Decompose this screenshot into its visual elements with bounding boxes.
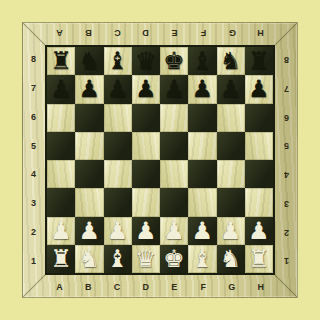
frame-miter-top-right — [274, 23, 297, 46]
square-d8[interactable]: ♛ — [132, 47, 160, 75]
square-g8[interactable]: ♞ — [217, 47, 245, 75]
square-e7[interactable]: ♟ — [160, 75, 188, 103]
piece-black-pawn: ♟ — [50, 77, 72, 101]
file-label-B: B — [74, 22, 103, 45]
file-label-B: B — [74, 275, 103, 298]
rank-label-3: 3 — [275, 189, 298, 218]
piece-white-pawn: ♟ — [163, 219, 185, 243]
rank-labels-right: 87654321 — [275, 45, 298, 275]
square-g1[interactable]: ♞ — [217, 245, 245, 273]
square-e3[interactable] — [160, 188, 188, 216]
piece-white-pawn: ♟ — [248, 219, 270, 243]
piece-black-pawn: ♟ — [192, 77, 214, 101]
square-f3[interactable] — [188, 188, 216, 216]
chessboard-app: ABCDEFGH ABCDEFGH 87654321 87654321 ♜♞♝♛… — [0, 0, 320, 320]
frame-miter-bottom-right — [274, 274, 297, 297]
rank-label-5: 5 — [275, 131, 298, 160]
piece-white-pawn: ♟ — [107, 219, 129, 243]
rank-label-8: 8 — [22, 45, 45, 74]
rank-label-3: 3 — [22, 189, 45, 218]
square-d5[interactable] — [132, 132, 160, 160]
piece-black-rook: ♜ — [248, 49, 270, 73]
square-c8[interactable]: ♝ — [104, 47, 132, 75]
square-b4[interactable] — [75, 160, 103, 188]
piece-white-knight: ♞ — [220, 247, 242, 271]
piece-white-knight: ♞ — [79, 247, 101, 271]
square-g5[interactable] — [217, 132, 245, 160]
frame-miter-bottom-left — [23, 274, 46, 297]
piece-white-bishop: ♝ — [192, 247, 214, 271]
square-c1[interactable]: ♝ — [104, 245, 132, 273]
square-a6[interactable] — [47, 104, 75, 132]
square-h7[interactable]: ♟ — [245, 75, 273, 103]
file-label-F: F — [189, 22, 218, 45]
square-g3[interactable] — [217, 188, 245, 216]
square-f4[interactable] — [188, 160, 216, 188]
piece-white-rook: ♜ — [248, 247, 270, 271]
square-d7[interactable]: ♟ — [132, 75, 160, 103]
square-b5[interactable] — [75, 132, 103, 160]
square-h2[interactable]: ♟ — [245, 217, 273, 245]
square-b7[interactable]: ♟ — [75, 75, 103, 103]
piece-white-queen: ♛ — [135, 247, 157, 271]
rank-label-6: 6 — [275, 103, 298, 132]
rank-label-7: 7 — [275, 74, 298, 103]
square-g2[interactable]: ♟ — [217, 217, 245, 245]
square-c2[interactable]: ♟ — [104, 217, 132, 245]
rank-label-2: 2 — [275, 218, 298, 247]
piece-black-rook: ♜ — [50, 49, 72, 73]
square-f7[interactable]: ♟ — [188, 75, 216, 103]
square-a1[interactable]: ♜ — [47, 245, 75, 273]
square-a4[interactable] — [47, 160, 75, 188]
square-b1[interactable]: ♞ — [75, 245, 103, 273]
piece-black-knight: ♞ — [79, 49, 101, 73]
piece-black-pawn: ♟ — [163, 77, 185, 101]
rank-label-4: 4 — [22, 160, 45, 189]
square-a8[interactable]: ♜ — [47, 47, 75, 75]
square-d3[interactable] — [132, 188, 160, 216]
file-label-F: F — [189, 275, 218, 298]
square-g4[interactable] — [217, 160, 245, 188]
piece-black-pawn: ♟ — [220, 77, 242, 101]
file-label-G: G — [218, 22, 247, 45]
chess-board: ♜♞♝♛♚♝♞♜♟♟♟♟♟♟♟♟♟♟♟♟♟♟♟♟♜♞♝♛♚♝♞♜ — [45, 45, 275, 275]
square-b2[interactable]: ♟ — [75, 217, 103, 245]
piece-white-pawn: ♟ — [79, 219, 101, 243]
piece-black-pawn: ♟ — [248, 77, 270, 101]
piece-black-pawn: ♟ — [79, 77, 101, 101]
frame-miter-top-left — [23, 23, 46, 46]
square-c5[interactable] — [104, 132, 132, 160]
square-h5[interactable] — [245, 132, 273, 160]
rank-label-1: 1 — [22, 246, 45, 275]
rank-label-6: 6 — [22, 103, 45, 132]
piece-white-pawn: ♟ — [50, 219, 72, 243]
piece-white-bishop: ♝ — [107, 247, 129, 271]
file-label-H: H — [246, 22, 275, 45]
square-f5[interactable] — [188, 132, 216, 160]
square-c6[interactable] — [104, 104, 132, 132]
square-b8[interactable]: ♞ — [75, 47, 103, 75]
piece-white-rook: ♜ — [50, 247, 72, 271]
square-h3[interactable] — [245, 188, 273, 216]
square-e2[interactable]: ♟ — [160, 217, 188, 245]
square-f6[interactable] — [188, 104, 216, 132]
piece-black-pawn: ♟ — [107, 77, 129, 101]
rank-label-1: 1 — [275, 246, 298, 275]
piece-black-knight: ♞ — [220, 49, 242, 73]
file-label-A: A — [45, 22, 74, 45]
piece-black-pawn: ♟ — [135, 77, 157, 101]
file-label-G: G — [218, 275, 247, 298]
square-e5[interactable] — [160, 132, 188, 160]
square-a7[interactable]: ♟ — [47, 75, 75, 103]
square-g6[interactable] — [217, 104, 245, 132]
rank-label-4: 4 — [275, 160, 298, 189]
square-e4[interactable] — [160, 160, 188, 188]
square-h8[interactable]: ♜ — [245, 47, 273, 75]
rank-label-5: 5 — [22, 131, 45, 160]
square-d2[interactable]: ♟ — [132, 217, 160, 245]
piece-black-queen: ♛ — [135, 49, 157, 73]
square-f1[interactable]: ♝ — [188, 245, 216, 273]
square-f8[interactable]: ♝ — [188, 47, 216, 75]
file-labels-top: ABCDEFGH — [45, 22, 275, 45]
square-a3[interactable] — [47, 188, 75, 216]
file-labels-bottom: ABCDEFGH — [45, 275, 275, 298]
file-label-C: C — [103, 275, 132, 298]
square-c3[interactable] — [104, 188, 132, 216]
piece-white-pawn: ♟ — [220, 219, 242, 243]
rank-label-8: 8 — [275, 45, 298, 74]
square-a2[interactable]: ♟ — [47, 217, 75, 245]
square-d4[interactable] — [132, 160, 160, 188]
file-label-D: D — [131, 22, 160, 45]
square-h1[interactable]: ♜ — [245, 245, 273, 273]
square-g7[interactable]: ♟ — [217, 75, 245, 103]
file-label-C: C — [103, 22, 132, 45]
square-c4[interactable] — [104, 160, 132, 188]
piece-black-bishop: ♝ — [107, 49, 129, 73]
file-label-A: A — [45, 275, 74, 298]
square-d6[interactable] — [132, 104, 160, 132]
rank-labels-left: 87654321 — [22, 45, 45, 275]
square-b6[interactable] — [75, 104, 103, 132]
piece-white-pawn: ♟ — [192, 219, 214, 243]
square-h4[interactable] — [245, 160, 273, 188]
square-e6[interactable] — [160, 104, 188, 132]
file-label-E: E — [160, 22, 189, 45]
piece-black-king: ♚ — [163, 49, 185, 73]
square-c7[interactable]: ♟ — [104, 75, 132, 103]
file-label-H: H — [246, 275, 275, 298]
piece-white-king: ♚ — [163, 247, 185, 271]
file-label-D: D — [131, 275, 160, 298]
square-h6[interactable] — [245, 104, 273, 132]
square-e8[interactable]: ♚ — [160, 47, 188, 75]
rank-label-2: 2 — [22, 218, 45, 247]
piece-white-pawn: ♟ — [135, 219, 157, 243]
file-label-E: E — [160, 275, 189, 298]
rank-label-7: 7 — [22, 74, 45, 103]
piece-black-bishop: ♝ — [192, 49, 214, 73]
square-e1[interactable]: ♚ — [160, 245, 188, 273]
square-d1[interactable]: ♛ — [132, 245, 160, 273]
square-f2[interactable]: ♟ — [188, 217, 216, 245]
square-a5[interactable] — [47, 132, 75, 160]
square-b3[interactable] — [75, 188, 103, 216]
